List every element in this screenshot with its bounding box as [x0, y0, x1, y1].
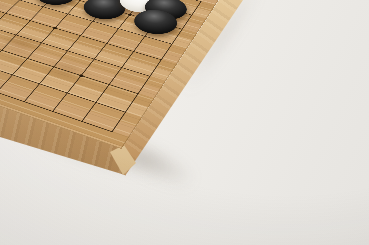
go-board-surface[interactable]	[0, 0, 220, 149]
grid-line-row	[0, 12, 151, 76]
grid-line-row	[0, 41, 126, 113]
grid-line-col	[0, 0, 57, 75]
photo-scene	[0, 0, 369, 245]
